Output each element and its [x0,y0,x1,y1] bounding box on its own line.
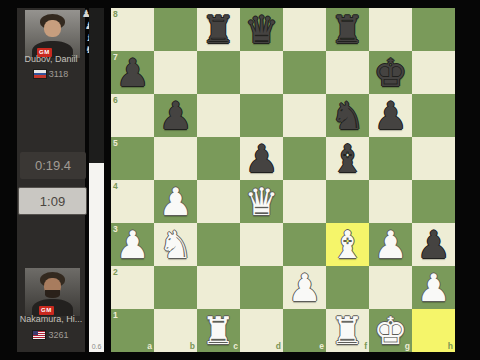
broadcast-frame: GM Dubov, Daniil 3118 0:19.4 1:09 GM Nak… [0,0,480,360]
square-f4[interactable] [326,180,369,223]
white-pawn-h2[interactable]: ♟ [412,266,455,309]
square-d2[interactable] [240,266,283,309]
square-a4[interactable]: 4 [111,180,154,223]
square-e2[interactable]: ♟ [283,266,326,309]
file-label-b: b [190,342,195,351]
chess-board[interactable]: 8♜♛♜7♟♚6♟♞♟5♟♝4♟♛3♟♞♝♟♟2♟♟1abc♜def♜g♚h [111,8,455,352]
square-g2[interactable] [369,266,412,309]
white-pawn-e2[interactable]: ♟ [283,266,326,309]
file-label-a: a [147,342,152,351]
square-a2[interactable]: 2 [111,266,154,309]
square-e8[interactable] [283,8,326,51]
square-f5[interactable]: ♝ [326,137,369,180]
rank-label-2: 2 [113,268,118,277]
square-h3[interactable]: ♟ [412,223,455,266]
black-pawn-g6[interactable]: ♟ [369,94,412,137]
square-e5[interactable] [283,137,326,180]
square-a6[interactable]: 6 [111,94,154,137]
square-b7[interactable] [154,51,197,94]
square-g3[interactable]: ♟ [369,223,412,266]
player-rating-row-bottom: 3261 [17,330,85,340]
white-king-g1[interactable]: ♚ [369,309,412,352]
clock-top-player: 0:19.4 [20,152,86,179]
square-c6[interactable] [197,94,240,137]
square-b1[interactable]: b [154,309,197,352]
black-pawn-h3[interactable]: ♟ [412,223,455,266]
evaluation-bar: 0.6 [89,8,104,352]
square-a5[interactable]: 5 [111,137,154,180]
square-c4[interactable] [197,180,240,223]
square-c2[interactable] [197,266,240,309]
rank-label-5: 5 [113,139,118,148]
black-pawn-d5[interactable]: ♟ [240,137,283,180]
black-rook-f8[interactable]: ♜ [326,8,369,51]
square-a1[interactable]: 1a [111,309,154,352]
clock-bottom-player: 1:09 [18,187,87,215]
square-a8[interactable]: 8 [111,8,154,51]
square-d4[interactable]: ♛ [240,180,283,223]
rank-label-8: 8 [113,10,118,19]
avatar-top-player [25,10,80,58]
square-b8[interactable] [154,8,197,51]
usa-flag-icon [33,331,45,339]
square-h4[interactable] [412,180,455,223]
rank-label-6: 6 [113,96,118,105]
square-e3[interactable] [283,223,326,266]
file-label-h: h [448,342,453,351]
square-b2[interactable] [154,266,197,309]
square-f6[interactable]: ♞ [326,94,369,137]
evaluation-score: 0.6 [89,343,104,350]
square-h6[interactable] [412,94,455,137]
square-f7[interactable] [326,51,369,94]
file-label-d: d [276,342,281,351]
white-pawn-b4[interactable]: ♟ [154,180,197,223]
black-rook-c8[interactable]: ♜ [197,8,240,51]
square-e1[interactable]: e [283,309,326,352]
square-h7[interactable] [412,51,455,94]
player-rating-top: 3118 [49,69,68,79]
square-d3[interactable] [240,223,283,266]
black-queen-d8[interactable]: ♛ [240,8,283,51]
square-b5[interactable] [154,137,197,180]
square-f1[interactable]: f♜ [326,309,369,352]
player-rating-row-top: 3118 [17,69,85,79]
square-d7[interactable] [240,51,283,94]
white-pawn-g3[interactable]: ♟ [369,223,412,266]
white-rook-f1[interactable]: ♜ [326,309,369,352]
square-d8[interactable]: ♛ [240,8,283,51]
square-g1[interactable]: g♚ [369,309,412,352]
white-knight-b3[interactable]: ♞ [154,223,197,266]
rank-label-4: 4 [113,182,118,191]
square-a3[interactable]: 3♟ [111,223,154,266]
evaluation-bar-white-portion [89,163,104,352]
square-f2[interactable] [326,266,369,309]
file-label-e: e [319,342,324,351]
square-h2[interactable]: ♟ [412,266,455,309]
black-pawn-a7[interactable]: ♟ [111,51,154,94]
avatar-beard [45,290,60,298]
avatar-face [44,20,61,37]
square-h5[interactable] [412,137,455,180]
square-g7[interactable]: ♚ [369,51,412,94]
square-d5[interactable]: ♟ [240,137,283,180]
russia-flag-icon [34,70,46,78]
square-g4[interactable] [369,180,412,223]
flag-canton [33,331,38,335]
square-f3[interactable]: ♝ [326,223,369,266]
square-b4[interactable]: ♟ [154,180,197,223]
square-c3[interactable] [197,223,240,266]
square-g6[interactable]: ♟ [369,94,412,137]
white-queen-d4[interactable]: ♛ [240,180,283,223]
square-e6[interactable] [283,94,326,137]
square-c1[interactable]: c♜ [197,309,240,352]
white-bishop-f3[interactable]: ♝ [326,223,369,266]
square-d1[interactable]: d [240,309,283,352]
square-g8[interactable] [369,8,412,51]
square-b3[interactable]: ♞ [154,223,197,266]
square-b6[interactable]: ♟ [154,94,197,137]
square-c5[interactable] [197,137,240,180]
black-pawn-b6[interactable]: ♟ [154,94,197,137]
square-f8[interactable]: ♜ [326,8,369,51]
square-h8[interactable] [412,8,455,51]
black-king-g7[interactable]: ♚ [369,51,412,94]
square-a7[interactable]: 7♟ [111,51,154,94]
black-knight-f6[interactable]: ♞ [326,94,369,137]
square-e7[interactable] [283,51,326,94]
square-e4[interactable] [283,180,326,223]
square-c7[interactable] [197,51,240,94]
white-pawn-a3[interactable]: ♟ [111,223,154,266]
player-rating-bottom: 3261 [48,330,68,340]
square-g5[interactable] [369,137,412,180]
player-name-top: Dubov, Daniil [17,54,85,64]
white-rook-c1[interactable]: ♜ [197,309,240,352]
square-d6[interactable] [240,94,283,137]
square-c8[interactable]: ♜ [197,8,240,51]
rank-label-1: 1 [113,311,118,320]
square-h1[interactable]: h [412,309,455,352]
black-bishop-f5[interactable]: ♝ [326,137,369,180]
player-name-bottom: Nakamura, Hi... [17,314,85,324]
